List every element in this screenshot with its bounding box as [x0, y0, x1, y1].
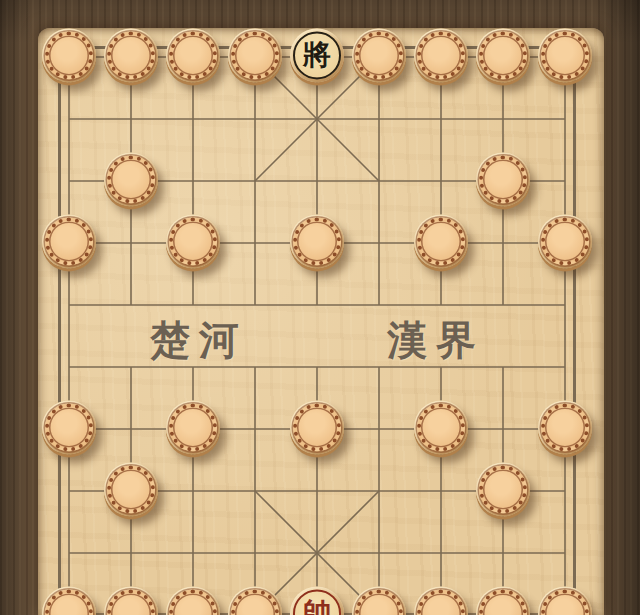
- piece-face: 將: [293, 31, 341, 79]
- piece-face-down[interactable]: [42, 400, 96, 454]
- piece-face: [45, 403, 93, 451]
- piece-face-down[interactable]: [414, 28, 468, 82]
- piece-face-down[interactable]: [104, 462, 158, 516]
- piece-face: [541, 589, 589, 615]
- piece-face-down[interactable]: [476, 152, 530, 206]
- piece-face: [541, 217, 589, 265]
- piece-face-down[interactable]: [538, 586, 592, 615]
- piece-face: [45, 589, 93, 615]
- piece-face-down[interactable]: [42, 28, 96, 82]
- piece-face: [541, 31, 589, 79]
- piece-face-down[interactable]: [228, 28, 282, 82]
- piece-face: [107, 31, 155, 79]
- piece-face: [355, 589, 403, 615]
- piece-face: [479, 155, 527, 203]
- piece-face: 帥: [293, 589, 341, 615]
- piece-face-down[interactable]: [352, 586, 406, 615]
- piece-face-down[interactable]: [42, 586, 96, 615]
- piece-face-down[interactable]: [414, 214, 468, 268]
- piece-face: [231, 31, 279, 79]
- piece-face-down[interactable]: [228, 586, 282, 615]
- piece-face: [169, 403, 217, 451]
- piece-face-down[interactable]: [290, 214, 344, 268]
- piece-face-down[interactable]: [476, 586, 530, 615]
- piece-face-down[interactable]: [352, 28, 406, 82]
- piece-red-general[interactable]: 帥: [290, 586, 344, 615]
- piece-face: [107, 155, 155, 203]
- piece-face-down[interactable]: [166, 28, 220, 82]
- piece-face: [169, 217, 217, 265]
- piece-face: [479, 589, 527, 615]
- piece-face-down[interactable]: [538, 214, 592, 268]
- piece-face: [231, 589, 279, 615]
- piece-face: [293, 403, 341, 451]
- piece-face: [169, 31, 217, 79]
- piece-face: [417, 31, 465, 79]
- piece-face: [479, 465, 527, 513]
- piece-black-general[interactable]: 將: [290, 28, 344, 82]
- piece-face: [107, 589, 155, 615]
- piece-face: [45, 217, 93, 265]
- piece-face-down[interactable]: [538, 28, 592, 82]
- piece-face-down[interactable]: [290, 400, 344, 454]
- piece-face: [417, 403, 465, 451]
- piece-face-down[interactable]: [476, 28, 530, 82]
- piece-face: [107, 465, 155, 513]
- piece-face: [293, 217, 341, 265]
- piece-face: [417, 589, 465, 615]
- piece-face: [45, 31, 93, 79]
- piece-face-down[interactable]: [538, 400, 592, 454]
- piece-face-down[interactable]: [166, 586, 220, 615]
- piece-face-down[interactable]: [414, 586, 468, 615]
- piece-face-down[interactable]: [166, 214, 220, 268]
- piece-face-down[interactable]: [104, 28, 158, 82]
- piece-face: [355, 31, 403, 79]
- piece-face-down[interactable]: [166, 400, 220, 454]
- piece-face: [417, 217, 465, 265]
- piece-face: [541, 403, 589, 451]
- pieces-layer: 將帥: [0, 0, 640, 615]
- piece-face-down[interactable]: [104, 152, 158, 206]
- piece-face: [169, 589, 217, 615]
- piece-face-down[interactable]: [476, 462, 530, 516]
- piece-face-down[interactable]: [414, 400, 468, 454]
- piece-face-down[interactable]: [104, 586, 158, 615]
- piece-face: [479, 31, 527, 79]
- xiangqi-app: 楚河 漢界 將帥: [0, 0, 640, 615]
- piece-face-down[interactable]: [42, 214, 96, 268]
